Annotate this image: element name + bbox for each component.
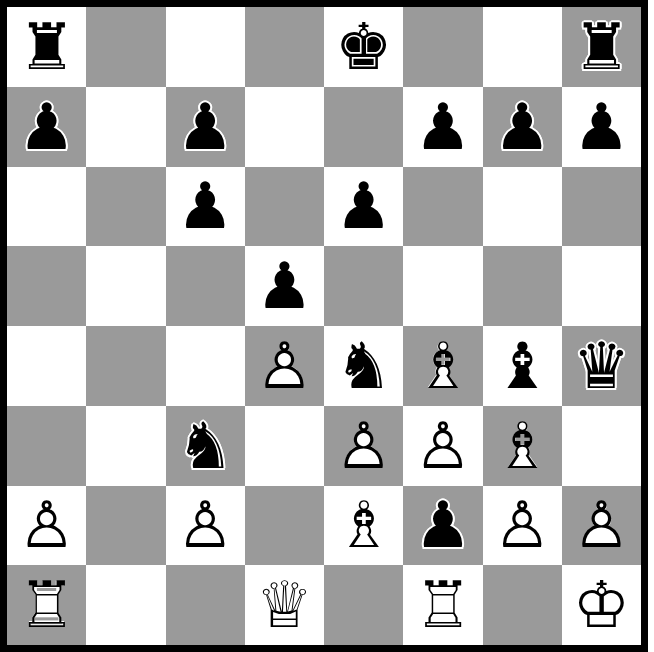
square-f5[interactable] [403,246,482,326]
square-b4[interactable] [86,326,165,406]
square-b5[interactable] [86,246,165,326]
square-b3[interactable] [86,406,165,486]
square-c6[interactable]: ♟ [166,167,245,247]
piece-white-pawn: ♟♙ [324,406,403,486]
square-c8[interactable] [166,7,245,87]
piece-white-rook: ♜♖ [403,565,482,645]
square-f4[interactable]: ♝♗ [403,326,482,406]
square-d8[interactable] [245,7,324,87]
piece-black-pawn: ♟ [403,87,482,167]
black-knight-glyph: ♞ [166,406,245,486]
square-b6[interactable] [86,167,165,247]
square-a7[interactable]: ♟ [7,87,86,167]
square-a6[interactable] [7,167,86,247]
piece-white-pawn: ♟♙ [7,486,86,566]
white-bishop-glyph: ♗ [403,326,482,406]
piece-black-pawn: ♟ [166,87,245,167]
black-queen-glyph: ♛ [562,326,641,406]
square-h8[interactable]: ♜ [562,7,641,87]
square-e2[interactable]: ♝♗ [324,486,403,566]
square-e8[interactable]: ♚ [324,7,403,87]
piece-white-pawn: ♟♙ [166,486,245,566]
white-pawn-glyph: ♙ [403,406,482,486]
chess-board: ♜♚♜♟♟♟♟♟♟♟♟♟♙♞♝♗♝♛♞♟♙♟♙♝♗♟♙♟♙♝♗♟♟♙♟♙♜♖♛♕… [7,7,641,645]
square-d7[interactable] [245,87,324,167]
square-b1[interactable] [86,565,165,645]
square-e1[interactable] [324,565,403,645]
piece-black-bishop: ♝ [483,326,562,406]
piece-black-pawn: ♟ [403,486,482,566]
square-f3[interactable]: ♟♙ [403,406,482,486]
square-a4[interactable] [7,326,86,406]
square-b8[interactable] [86,7,165,87]
square-a1[interactable]: ♜♖ [7,565,86,645]
square-g5[interactable] [483,246,562,326]
piece-white-king: ♚♔ [562,565,641,645]
square-g2[interactable]: ♟♙ [483,486,562,566]
square-h1[interactable]: ♚♔ [562,565,641,645]
square-d4[interactable]: ♟♙ [245,326,324,406]
piece-black-pawn: ♟ [7,87,86,167]
piece-white-bishop: ♝♗ [403,326,482,406]
square-e5[interactable] [324,246,403,326]
black-rook-glyph: ♜ [562,7,641,87]
square-h7[interactable]: ♟ [562,87,641,167]
white-pawn-glyph: ♙ [562,486,641,566]
square-g4[interactable]: ♝ [483,326,562,406]
square-e3[interactable]: ♟♙ [324,406,403,486]
square-e4[interactable]: ♞ [324,326,403,406]
white-pawn-glyph: ♙ [245,326,324,406]
square-g3[interactable]: ♝♗ [483,406,562,486]
black-pawn-glyph: ♟ [7,87,86,167]
white-king-glyph: ♔ [562,565,641,645]
square-f7[interactable]: ♟ [403,87,482,167]
piece-black-pawn: ♟ [166,167,245,247]
piece-white-bishop: ♝♗ [483,406,562,486]
square-c2[interactable]: ♟♙ [166,486,245,566]
square-f8[interactable] [403,7,482,87]
piece-black-rook: ♜ [562,7,641,87]
square-e7[interactable] [324,87,403,167]
chess-board-frame: ♜♚♜♟♟♟♟♟♟♟♟♟♙♞♝♗♝♛♞♟♙♟♙♝♗♟♙♟♙♝♗♟♟♙♟♙♜♖♛♕… [0,0,648,652]
piece-black-pawn: ♟ [483,87,562,167]
piece-black-pawn: ♟ [245,246,324,326]
piece-black-rook: ♜ [7,7,86,87]
square-d1[interactable]: ♛♕ [245,565,324,645]
black-knight-glyph: ♞ [324,326,403,406]
square-a5[interactable] [7,246,86,326]
square-g6[interactable] [483,167,562,247]
piece-black-pawn: ♟ [324,167,403,247]
white-rook-glyph: ♖ [403,565,482,645]
black-pawn-glyph: ♟ [166,87,245,167]
square-f1[interactable]: ♜♖ [403,565,482,645]
piece-black-pawn: ♟ [562,87,641,167]
black-pawn-glyph: ♟ [166,167,245,247]
piece-white-pawn: ♟♙ [245,326,324,406]
black-pawn-glyph: ♟ [403,87,482,167]
square-d6[interactable] [245,167,324,247]
black-pawn-glyph: ♟ [245,246,324,326]
square-a8[interactable]: ♜ [7,7,86,87]
square-h4[interactable]: ♛ [562,326,641,406]
white-rook-glyph: ♖ [7,565,86,645]
piece-white-pawn: ♟♙ [562,486,641,566]
black-pawn-glyph: ♟ [324,167,403,247]
square-h3[interactable] [562,406,641,486]
square-d5[interactable]: ♟ [245,246,324,326]
square-c5[interactable] [166,246,245,326]
square-b2[interactable] [86,486,165,566]
piece-white-pawn: ♟♙ [403,406,482,486]
square-c3[interactable]: ♞ [166,406,245,486]
piece-white-queen: ♛♕ [245,565,324,645]
white-bishop-glyph: ♗ [483,406,562,486]
piece-black-knight: ♞ [166,406,245,486]
white-bishop-glyph: ♗ [324,486,403,566]
white-pawn-glyph: ♙ [483,486,562,566]
square-d3[interactable] [245,406,324,486]
black-pawn-glyph: ♟ [562,87,641,167]
white-pawn-glyph: ♙ [7,486,86,566]
piece-white-pawn: ♟♙ [483,486,562,566]
black-rook-glyph: ♜ [7,7,86,87]
white-pawn-glyph: ♙ [166,486,245,566]
white-pawn-glyph: ♙ [324,406,403,486]
square-h2[interactable]: ♟♙ [562,486,641,566]
square-d2[interactable] [245,486,324,566]
square-e6[interactable]: ♟ [324,167,403,247]
square-g8[interactable] [483,7,562,87]
piece-white-rook: ♜♖ [7,565,86,645]
square-c4[interactable] [166,326,245,406]
square-a2[interactable]: ♟♙ [7,486,86,566]
square-g1[interactable] [483,565,562,645]
white-queen-glyph: ♕ [245,565,324,645]
piece-white-bishop: ♝♗ [324,486,403,566]
square-a3[interactable] [7,406,86,486]
square-f6[interactable] [403,167,482,247]
square-g7[interactable]: ♟ [483,87,562,167]
square-h5[interactable] [562,246,641,326]
page: ♜♚♜♟♟♟♟♟♟♟♟♟♙♞♝♗♝♛♞♟♙♟♙♝♗♟♙♟♙♝♗♟♟♙♟♙♜♖♛♕… [0,0,654,652]
square-c7[interactable]: ♟ [166,87,245,167]
piece-black-queen: ♛ [562,326,641,406]
square-b7[interactable] [86,87,165,167]
black-pawn-glyph: ♟ [483,87,562,167]
black-king-glyph: ♚ [324,7,403,87]
piece-black-king: ♚ [324,7,403,87]
black-pawn-glyph: ♟ [403,486,482,566]
piece-black-knight: ♞ [324,326,403,406]
square-h6[interactable] [562,167,641,247]
square-f2[interactable]: ♟ [403,486,482,566]
page-margin [648,0,654,652]
square-c1[interactable] [166,565,245,645]
black-bishop-glyph: ♝ [483,326,562,406]
